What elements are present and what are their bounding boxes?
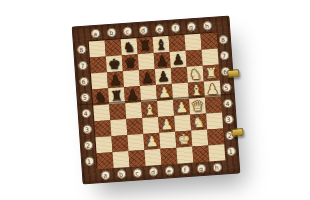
brass-clasp-icon <box>227 69 240 78</box>
square-b5[interactable]: ♜ <box>108 87 125 104</box>
piece-black-knight[interactable]: ♞ <box>121 38 138 55</box>
square-c4[interactable] <box>125 102 142 119</box>
piece-black-pawn[interactable]: ♟ <box>124 86 141 103</box>
square-a8[interactable] <box>89 40 106 57</box>
piece-white-queen[interactable]: ♛ <box>189 98 206 115</box>
file-label-f: f <box>170 23 180 33</box>
square-d6[interactable]: ♟ <box>139 69 156 86</box>
rank-label-1: 1 <box>84 156 94 166</box>
frame-corner <box>73 27 88 42</box>
square-g6[interactable]: ♞ <box>187 66 204 83</box>
square-c8[interactable]: ♞ <box>121 38 138 55</box>
square-b2[interactable] <box>111 135 128 152</box>
file-label-a: a <box>100 170 110 180</box>
square-a1[interactable] <box>97 152 114 169</box>
rank-label-1: 1 <box>226 146 236 156</box>
rank-label-3: 3 <box>82 124 92 134</box>
chess-board: ♞♜♝♚♛♟♟♟♟♟♞♜♞♜♟♟♝♟♝♟♛♟♞♟♚ <box>88 32 225 169</box>
file-label-e: e <box>164 165 174 175</box>
square-h3[interactable] <box>206 112 223 129</box>
square-a5[interactable]: ♞ <box>92 88 109 105</box>
square-c1[interactable] <box>128 150 145 167</box>
piece-white-knight[interactable]: ♞ <box>190 114 207 131</box>
file-label-c: c <box>122 26 132 36</box>
square-e8[interactable]: ♝ <box>153 36 170 53</box>
square-a4[interactable] <box>93 104 110 121</box>
square-e1[interactable] <box>160 148 177 165</box>
square-f2[interactable]: ♚ <box>175 131 192 148</box>
square-a6[interactable] <box>91 72 108 89</box>
square-d5[interactable] <box>140 85 157 102</box>
file-label-b: b <box>116 169 126 179</box>
chessboard-scene: abcdefgh 87654321 ♞♜♝♚♛♟♟♟♟♟♞♜♞♜♟♟♝♟♝♟♛♟… <box>0 0 310 200</box>
piece-black-pawn[interactable]: ♟ <box>170 51 187 68</box>
piece-black-queen[interactable]: ♛ <box>122 54 139 71</box>
square-b6[interactable]: ♟ <box>107 71 124 88</box>
rank-label-8: 8 <box>218 34 228 44</box>
file-label-c: c <box>132 168 142 178</box>
rank-label-8: 8 <box>76 44 86 54</box>
square-h2[interactable] <box>207 128 224 145</box>
square-e3[interactable]: ♟ <box>158 116 175 133</box>
square-b3[interactable] <box>110 119 127 136</box>
piece-black-king[interactable]: ♚ <box>106 55 123 72</box>
square-h8[interactable] <box>200 33 217 50</box>
square-d7[interactable] <box>138 53 155 70</box>
square-h1[interactable] <box>208 144 225 161</box>
file-label-g: g <box>186 22 196 32</box>
square-d1[interactable] <box>144 149 161 166</box>
square-c7[interactable]: ♛ <box>122 54 139 71</box>
square-h5[interactable]: ♟ <box>204 81 221 98</box>
frame-corner <box>224 158 239 173</box>
file-label-d: d <box>138 25 148 35</box>
square-d3[interactable] <box>142 117 159 134</box>
piece-white-pawn[interactable]: ♟ <box>156 84 173 101</box>
rank-label-7: 7 <box>78 60 88 70</box>
file-label-g: g <box>196 163 206 173</box>
square-d8[interactable]: ♜ <box>137 37 154 54</box>
square-e6[interactable]: ♟ <box>155 68 172 85</box>
square-f5[interactable] <box>172 83 189 100</box>
square-g3[interactable]: ♞ <box>190 114 207 131</box>
square-f6[interactable] <box>171 67 188 84</box>
square-b7[interactable]: ♚ <box>106 55 123 72</box>
square-e2[interactable] <box>159 132 176 149</box>
frame-corner <box>214 17 229 32</box>
square-a2[interactable] <box>95 136 112 153</box>
square-h6[interactable]: ♜ <box>203 65 220 82</box>
piece-white-bishop[interactable]: ♝ <box>141 101 158 118</box>
file-label-e: e <box>154 24 164 34</box>
piece-black-bishop[interactable]: ♝ <box>153 36 170 53</box>
piece-white-bishop[interactable]: ♝ <box>188 82 205 99</box>
file-label-h: h <box>202 20 212 30</box>
square-f7[interactable]: ♟ <box>170 51 187 68</box>
square-b1[interactable] <box>113 151 130 168</box>
rank-label-5: 5 <box>80 92 90 102</box>
square-g8[interactable] <box>185 34 202 51</box>
rank-label-7: 7 <box>219 50 229 60</box>
square-e7[interactable]: ♟ <box>154 52 171 69</box>
square-c6[interactable] <box>123 70 140 87</box>
square-c2[interactable] <box>127 134 144 151</box>
square-b4[interactable] <box>109 103 126 120</box>
square-f3[interactable] <box>174 115 191 132</box>
brass-clasp-icon <box>231 128 244 137</box>
piece-white-pawn[interactable]: ♟ <box>143 133 160 150</box>
file-label-f: f <box>180 164 190 174</box>
board-frame: abcdefgh 87654321 ♞♜♝♚♛♟♟♟♟♟♞♜♞♜♟♟♝♟♝♟♛♟… <box>72 16 241 185</box>
piece-black-pawn[interactable]: ♟ <box>107 71 124 88</box>
square-d2[interactable]: ♟ <box>143 133 160 150</box>
square-g7[interactable] <box>186 50 203 67</box>
rank-label-6: 6 <box>79 76 89 86</box>
file-label-a: a <box>90 28 100 38</box>
file-label-h: h <box>212 162 222 172</box>
square-a3[interactable] <box>94 120 111 137</box>
square-f1[interactable] <box>176 147 193 164</box>
file-label-d: d <box>148 167 158 177</box>
square-g1[interactable] <box>192 145 209 162</box>
piece-black-rook[interactable]: ♜ <box>137 37 154 54</box>
square-g2[interactable] <box>191 130 208 147</box>
rank-label-4: 4 <box>223 98 233 108</box>
piece-black-pawn[interactable]: ♟ <box>154 52 171 69</box>
square-f4[interactable]: ♟ <box>173 99 190 116</box>
square-c3[interactable] <box>126 118 143 135</box>
piece-white-rook[interactable]: ♜ <box>203 65 220 82</box>
board-wrap: abcdefgh 87654321 ♞♜♝♚♛♟♟♟♟♟♞♜♞♜♟♟♝♟♝♟♛♟… <box>72 16 241 185</box>
square-c5[interactable]: ♟ <box>124 86 141 103</box>
square-h4[interactable] <box>205 96 222 113</box>
piece-black-pawn[interactable]: ♟ <box>155 68 172 85</box>
piece-black-pawn[interactable]: ♟ <box>139 69 156 86</box>
square-e4[interactable] <box>157 100 174 117</box>
square-h7[interactable] <box>202 49 219 66</box>
piece-white-pawn[interactable]: ♟ <box>158 116 175 133</box>
frame-corner <box>83 168 98 183</box>
rank-label-5: 5 <box>221 82 231 92</box>
rank-label-3: 3 <box>224 114 234 124</box>
square-b8[interactable] <box>105 39 122 56</box>
rank-label-2: 2 <box>83 140 93 150</box>
rank-label-4: 4 <box>81 108 91 118</box>
square-a7[interactable] <box>90 56 107 73</box>
piece-white-pawn[interactable]: ♟ <box>204 81 221 98</box>
square-g4[interactable]: ♛ <box>189 98 206 115</box>
square-d4[interactable]: ♝ <box>141 101 158 118</box>
piece-white-pawn[interactable]: ♟ <box>173 99 190 116</box>
piece-white-king[interactable]: ♚ <box>175 131 192 148</box>
square-f8[interactable] <box>169 35 186 52</box>
square-g5[interactable]: ♝ <box>188 82 205 99</box>
square-e5[interactable]: ♟ <box>156 84 173 101</box>
piece-white-knight[interactable]: ♞ <box>187 66 204 83</box>
piece-black-knight[interactable]: ♞ <box>92 88 109 105</box>
file-label-b: b <box>106 27 116 37</box>
piece-black-rook[interactable]: ♜ <box>108 87 125 104</box>
